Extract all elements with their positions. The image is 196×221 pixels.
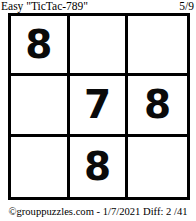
header: Easy "TicTac-789" 5/9 [1,0,194,13]
tictac-board: 8 7 8 8 [8,13,190,200]
puzzle-title: Easy "TicTac-789" [1,0,88,13]
cell-r2c1[interactable] [11,76,70,136]
cell-r3c1[interactable] [11,137,70,197]
cell-r3c3[interactable] [128,137,187,197]
footer-credit: ©grouppuzzles.com - 1/7/2021 Diff: 2 /41 [0,205,196,219]
cell-r1c3[interactable] [128,16,187,76]
cell-r2c2[interactable]: 7 [70,76,129,136]
page-number: 5/9 [179,0,194,13]
cell-r2c3[interactable]: 8 [128,76,187,136]
cell-r1c2[interactable] [70,16,129,76]
puzzle-page: Easy "TicTac-789" 5/9 8 7 8 8 ©grouppuzz… [0,0,196,221]
cell-r1c1[interactable]: 8 [11,16,70,76]
cell-r3c2[interactable]: 8 [70,137,129,197]
